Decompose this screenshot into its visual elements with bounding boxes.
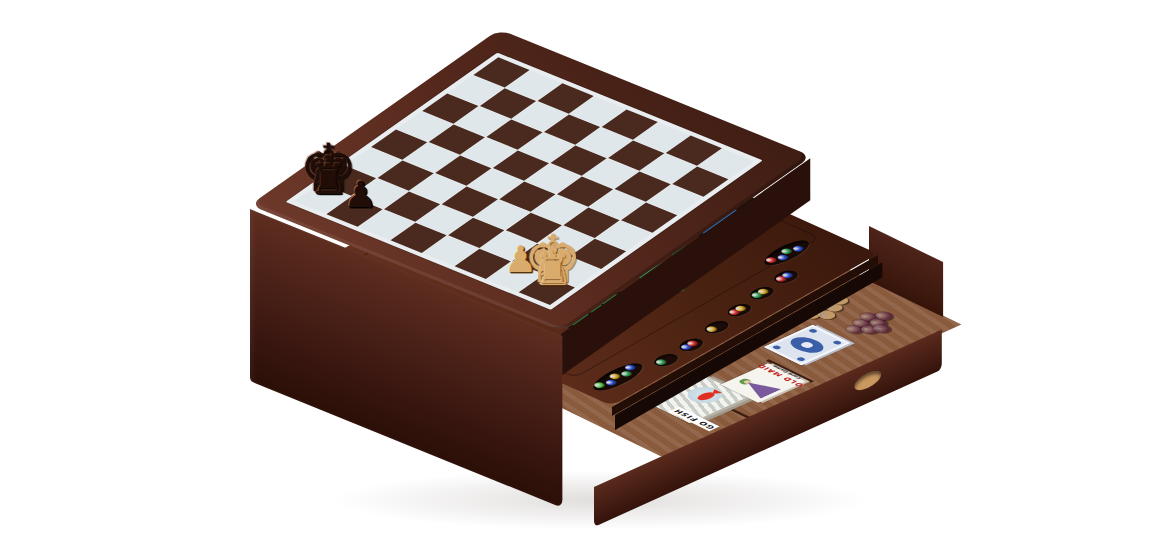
marble[interactable]	[775, 254, 790, 262]
product-photo-game-box: GO FISH OLD MAID Card Game	[0, 0, 1158, 560]
marble-hole	[770, 268, 803, 285]
card-back-corner	[808, 328, 819, 333]
card-back-corner	[832, 340, 843, 345]
card-back-corner	[771, 345, 782, 350]
checkers-dark-stack	[857, 325, 859, 326]
chess-piece-white-rook[interactable]: ♜	[534, 250, 572, 292]
marble[interactable]	[619, 370, 634, 378]
chess-piece-black-rook[interactable]: ♜	[310, 159, 348, 201]
marble[interactable]	[791, 245, 806, 253]
marble-hole	[675, 337, 708, 354]
card-back-corner	[796, 357, 807, 362]
marble[interactable]	[604, 379, 619, 387]
card-back-ornament-core	[799, 341, 816, 349]
marble-hole	[701, 319, 734, 336]
chess-piece-black-pawn[interactable]: ♟	[344, 177, 376, 213]
marble-hole	[746, 285, 779, 302]
drawer-handle-cutout[interactable]	[854, 367, 881, 394]
marble-hole	[723, 302, 756, 319]
marble-hole	[650, 352, 683, 369]
marble[interactable]	[654, 358, 669, 366]
card-back-ornament	[784, 334, 830, 356]
marble[interactable]	[704, 325, 719, 333]
